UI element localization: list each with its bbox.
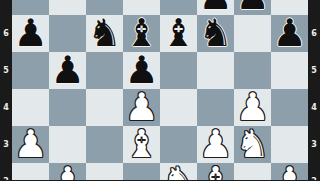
rank-label-2-right: 2 (308, 177, 320, 181)
square-b7[interactable] (49, 0, 86, 15)
square-g4[interactable]: ♟ (234, 89, 271, 126)
black-pawn: ♟ (234, 0, 271, 15)
square-b3[interactable] (49, 126, 86, 163)
square-a6[interactable]: ♟ (12, 15, 49, 52)
square-e3[interactable] (160, 126, 197, 163)
square-h5[interactable] (271, 52, 308, 89)
rank-label-5-left: 5 (0, 66, 12, 76)
white-pawn: ♟ (49, 163, 86, 180)
white-pawn: ♟ (271, 163, 308, 180)
square-g5[interactable] (234, 52, 271, 89)
black-pawn: ♟ (271, 15, 308, 52)
square-e4[interactable] (160, 89, 197, 126)
white-pawn: ♟ (123, 89, 160, 126)
square-d3[interactable]: ♝ (123, 126, 160, 163)
black-bishop: ♝ (123, 15, 160, 52)
rank-label-4-right: 4 (308, 103, 320, 113)
square-a3[interactable]: ♟ (12, 126, 49, 163)
chessboard-viewport: ♟♟♟♞♝♝♞♟♟♟♟♟♟♝♟♞♟♞♝♟ 765432765432 (0, 0, 320, 180)
black-bishop: ♝ (160, 15, 197, 52)
square-b6[interactable] (49, 15, 86, 52)
rank-label-2-left: 2 (0, 177, 12, 181)
white-knight: ♞ (234, 126, 271, 163)
square-c2[interactable] (86, 163, 123, 180)
rank-label-3-left: 3 (0, 140, 12, 150)
square-b2[interactable]: ♟ (49, 163, 86, 180)
white-pawn: ♟ (197, 126, 234, 163)
square-f3[interactable]: ♟ (197, 126, 234, 163)
square-d6[interactable]: ♝ (123, 15, 160, 52)
square-b5[interactable]: ♟ (49, 52, 86, 89)
rank-label-6-left: 6 (0, 29, 12, 39)
square-a5[interactable] (12, 52, 49, 89)
black-pawn: ♟ (12, 15, 49, 52)
square-d4[interactable]: ♟ (123, 89, 160, 126)
rank-label-5-right: 5 (308, 66, 320, 76)
rank-label-3-right: 3 (308, 140, 320, 150)
white-knight: ♞ (160, 163, 197, 180)
black-knight: ♞ (197, 15, 234, 52)
black-pawn: ♟ (123, 52, 160, 89)
rank-label-6-right: 6 (308, 29, 320, 39)
square-g7[interactable]: ♟ (234, 0, 271, 15)
square-f6[interactable]: ♞ (197, 15, 234, 52)
square-g6[interactable] (234, 15, 271, 52)
square-h3[interactable] (271, 126, 308, 163)
square-c5[interactable] (86, 52, 123, 89)
square-d5[interactable]: ♟ (123, 52, 160, 89)
rank-label-7-left: 7 (0, 0, 12, 2)
square-c4[interactable] (86, 89, 123, 126)
square-c3[interactable] (86, 126, 123, 163)
square-f4[interactable] (197, 89, 234, 126)
square-a2[interactable] (12, 163, 49, 180)
black-pawn: ♟ (49, 52, 86, 89)
square-a4[interactable] (12, 89, 49, 126)
square-e6[interactable]: ♝ (160, 15, 197, 52)
square-b4[interactable] (49, 89, 86, 126)
square-h2[interactable]: ♟ (271, 163, 308, 180)
square-h6[interactable]: ♟ (271, 15, 308, 52)
square-g3[interactable]: ♞ (234, 126, 271, 163)
rank-label-4-left: 4 (0, 103, 12, 113)
white-bishop: ♝ (197, 163, 234, 180)
square-d2[interactable] (123, 163, 160, 180)
square-h4[interactable] (271, 89, 308, 126)
rank-label-7-right: 7 (308, 0, 320, 2)
square-g2[interactable] (234, 163, 271, 180)
square-c6[interactable]: ♞ (86, 15, 123, 52)
square-e5[interactable] (160, 52, 197, 89)
square-f2[interactable]: ♝ (197, 163, 234, 180)
square-e2[interactable]: ♞ (160, 163, 197, 180)
square-f5[interactable] (197, 52, 234, 89)
black-knight: ♞ (86, 15, 123, 52)
white-pawn: ♟ (12, 126, 49, 163)
white-pawn: ♟ (234, 89, 271, 126)
white-bishop: ♝ (123, 126, 160, 163)
chess-board: ♟♟♟♞♝♝♞♟♟♟♟♟♟♝♟♞♟♞♝♟ (12, 0, 308, 180)
